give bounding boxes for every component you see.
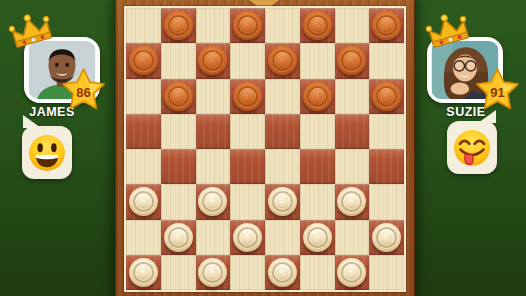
- board-square-r8c2[interactable]: [161, 255, 196, 290]
- board-square-r4c3[interactable]: [196, 114, 231, 149]
- board-square-r2c2[interactable]: [161, 43, 196, 78]
- orange-checker-piece[interactable]: [372, 82, 401, 111]
- cream-checker-piece[interactable]: [268, 258, 297, 287]
- board-square-r1c3[interactable]: [196, 8, 231, 43]
- cream-checker-piece[interactable]: [337, 258, 366, 287]
- board-square-r7c5[interactable]: [265, 220, 300, 255]
- board-square-r4c1[interactable]: [126, 114, 161, 149]
- board-square-r7c6[interactable]: [300, 220, 335, 255]
- board-square-r3c7[interactable]: [335, 79, 370, 114]
- orange-checker-piece[interactable]: [129, 46, 158, 75]
- board-square-r7c8[interactable]: [369, 220, 404, 255]
- board-square-r1c2[interactable]: [161, 8, 196, 43]
- board-square-r5c6[interactable]: [300, 149, 335, 184]
- board-square-r5c1[interactable]: [126, 149, 161, 184]
- board-square-r5c5[interactable]: [265, 149, 300, 184]
- orange-checker-piece[interactable]: [233, 82, 262, 111]
- board-square-r7c2[interactable]: [161, 220, 196, 255]
- board-square-r3c1[interactable]: [126, 79, 161, 114]
- board-square-r8c7[interactable]: [335, 255, 370, 290]
- board-square-r5c7[interactable]: [335, 149, 370, 184]
- board-square-r2c7[interactable]: [335, 43, 370, 78]
- board-square-r4c2[interactable]: [161, 114, 196, 149]
- board-square-r5c8[interactable]: [369, 149, 404, 184]
- cream-checker-piece[interactable]: [129, 187, 158, 216]
- board-square-r6c2[interactable]: [161, 184, 196, 219]
- orange-checker-piece[interactable]: [303, 11, 332, 40]
- board-square-r8c3[interactable]: [196, 255, 231, 290]
- orange-checker-piece[interactable]: [198, 46, 227, 75]
- board-square-r2c1[interactable]: [126, 43, 161, 78]
- board-square-r8c5[interactable]: [265, 255, 300, 290]
- score-badge-left: 86: [62, 68, 105, 111]
- board-square-r1c1[interactable]: [126, 8, 161, 43]
- score-badge-right: 91: [476, 68, 519, 111]
- board-square-r6c7[interactable]: [335, 184, 370, 219]
- score-left: 86: [62, 85, 105, 100]
- board-square-r7c7[interactable]: [335, 220, 370, 255]
- board-square-r3c6[interactable]: [300, 79, 335, 114]
- board-grid: [126, 8, 404, 290]
- checkers-board-frame: [115, 0, 415, 296]
- checkers-board: [124, 6, 406, 292]
- cream-checker-piece[interactable]: [198, 258, 227, 287]
- board-square-r1c8[interactable]: [369, 8, 404, 43]
- board-square-r4c4[interactable]: [230, 114, 265, 149]
- board-square-r1c5[interactable]: [265, 8, 300, 43]
- board-square-r4c6[interactable]: [300, 114, 335, 149]
- board-square-r3c8[interactable]: [369, 79, 404, 114]
- board-square-r4c7[interactable]: [335, 114, 370, 149]
- orange-checker-piece[interactable]: [303, 82, 332, 111]
- board-square-r8c8[interactable]: [369, 255, 404, 290]
- board-square-r4c8[interactable]: [369, 114, 404, 149]
- game-background: 86 JAMES: [0, 0, 526, 296]
- board-square-r3c4[interactable]: [230, 79, 265, 114]
- board-square-r6c5[interactable]: [265, 184, 300, 219]
- cream-checker-piece[interactable]: [303, 223, 332, 252]
- board-square-r6c4[interactable]: [230, 184, 265, 219]
- board-square-r1c4[interactable]: [230, 8, 265, 43]
- cream-checker-piece[interactable]: [164, 223, 193, 252]
- board-square-r5c3[interactable]: [196, 149, 231, 184]
- board-square-r5c4[interactable]: [230, 149, 265, 184]
- board-square-r1c7[interactable]: [335, 8, 370, 43]
- board-square-r1c6[interactable]: [300, 8, 335, 43]
- cream-checker-piece[interactable]: [337, 187, 366, 216]
- face-savoring-food-emoji: [453, 129, 491, 167]
- emote-bubble-left: [22, 126, 72, 179]
- board-square-r2c4[interactable]: [230, 43, 265, 78]
- board-square-r6c8[interactable]: [369, 184, 404, 219]
- board-square-r7c4[interactable]: [230, 220, 265, 255]
- orange-checker-piece[interactable]: [268, 46, 297, 75]
- grinning-face-emoji: [28, 134, 66, 172]
- board-square-r7c3[interactable]: [196, 220, 231, 255]
- orange-checker-piece[interactable]: [164, 11, 193, 40]
- board-square-r2c5[interactable]: [265, 43, 300, 78]
- orange-checker-piece[interactable]: [233, 11, 262, 40]
- cream-checker-piece[interactable]: [129, 258, 158, 287]
- cream-checker-piece[interactable]: [198, 187, 227, 216]
- board-square-r6c1[interactable]: [126, 184, 161, 219]
- emote-bubble-right: [447, 121, 497, 174]
- board-square-r3c2[interactable]: [161, 79, 196, 114]
- board-square-r2c3[interactable]: [196, 43, 231, 78]
- cream-checker-piece[interactable]: [233, 223, 262, 252]
- board-square-r2c6[interactable]: [300, 43, 335, 78]
- board-square-r5c2[interactable]: [161, 149, 196, 184]
- board-square-r8c1[interactable]: [126, 255, 161, 290]
- board-square-r8c4[interactable]: [230, 255, 265, 290]
- orange-checker-piece[interactable]: [337, 46, 366, 75]
- score-right: 91: [476, 85, 519, 100]
- cream-checker-piece[interactable]: [372, 223, 401, 252]
- board-square-r3c3[interactable]: [196, 79, 231, 114]
- orange-checker-piece[interactable]: [164, 82, 193, 111]
- board-square-r7c1[interactable]: [126, 220, 161, 255]
- board-square-r3c5[interactable]: [265, 79, 300, 114]
- board-square-r4c5[interactable]: [265, 114, 300, 149]
- orange-checker-piece[interactable]: [372, 11, 401, 40]
- board-square-r6c3[interactable]: [196, 184, 231, 219]
- cream-checker-piece[interactable]: [268, 187, 297, 216]
- board-square-r2c8[interactable]: [369, 43, 404, 78]
- board-square-r6c6[interactable]: [300, 184, 335, 219]
- board-square-r8c6[interactable]: [300, 255, 335, 290]
